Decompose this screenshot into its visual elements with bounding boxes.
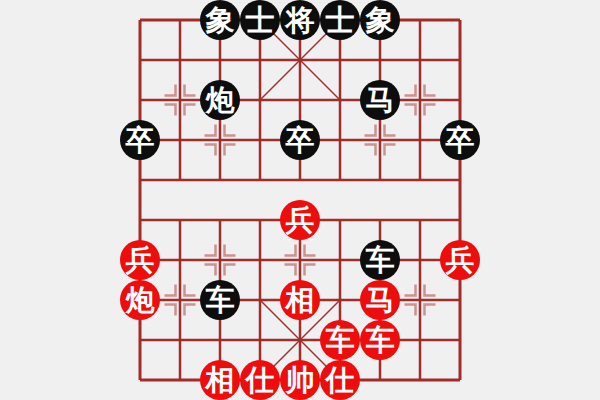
piece-red-advisor[interactable]: 仕 [320,360,360,400]
piece-red-soldier[interactable]: 兵 [280,200,320,240]
piece-black-soldier[interactable]: 卒 [440,120,480,160]
xiangqi-board: 象士将士象炮马卒卒卒兵兵车兵炮车相马车车相仕帅仕 [0,0,600,400]
piece-black-general[interactable]: 将 [280,0,320,40]
piece-red-soldier[interactable]: 兵 [120,240,160,280]
piece-black-advisor[interactable]: 士 [320,0,360,40]
piece-black-soldier[interactable]: 卒 [120,120,160,160]
piece-black-horse[interactable]: 马 [360,80,400,120]
piece-red-chariot[interactable]: 车 [320,320,360,360]
piece-black-advisor[interactable]: 士 [240,0,280,40]
piece-red-soldier[interactable]: 兵 [440,240,480,280]
piece-black-elephant[interactable]: 象 [200,0,240,40]
board-pieces: 象士将士象炮马卒卒卒兵兵车兵炮车相马车车相仕帅仕 [0,0,600,400]
piece-red-advisor[interactable]: 仕 [240,360,280,400]
piece-red-cannon[interactable]: 炮 [120,280,160,320]
piece-red-horse[interactable]: 马 [360,280,400,320]
piece-black-cannon[interactable]: 炮 [200,80,240,120]
piece-red-elephant[interactable]: 相 [280,280,320,320]
piece-red-elephant[interactable]: 相 [200,360,240,400]
piece-black-soldier[interactable]: 卒 [280,120,320,160]
piece-red-general[interactable]: 帅 [280,360,320,400]
piece-black-elephant[interactable]: 象 [360,0,400,40]
piece-black-chariot[interactable]: 车 [200,280,240,320]
piece-red-chariot[interactable]: 车 [360,320,400,360]
piece-black-chariot[interactable]: 车 [360,240,400,280]
